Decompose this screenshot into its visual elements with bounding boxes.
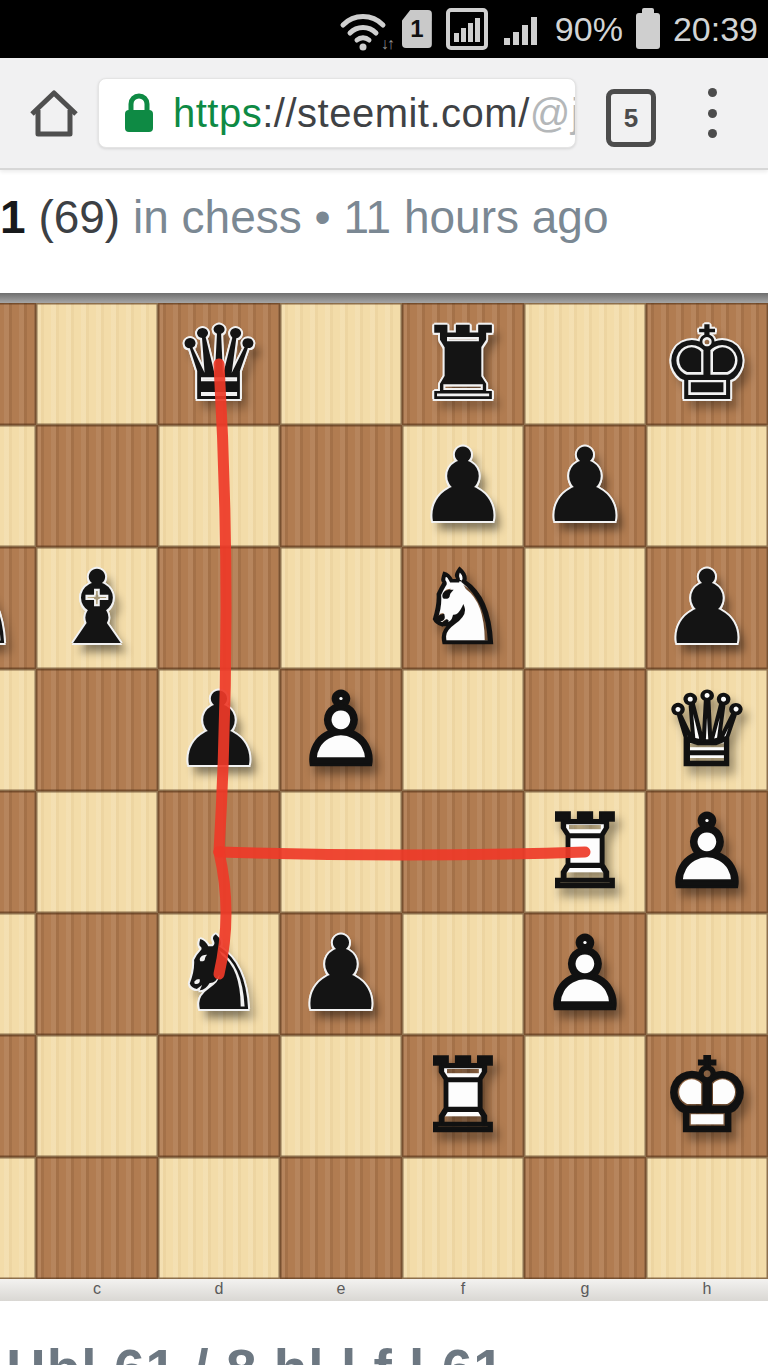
piece-black-king-h8: ♚ [646,303,768,425]
square-e7 [280,425,402,547]
square-f2: ♜♖ [402,1035,524,1157]
square-e6 [280,547,402,669]
square-e8 [280,303,402,425]
wifi-icon: ↓↑ [337,7,389,51]
data-usage-icon [445,7,489,51]
piece-white-pawn-h4: ♟♙ [646,791,768,913]
square-g8 [524,303,646,425]
square-g1 [524,1157,646,1279]
secure-lock-icon [121,90,157,136]
piece-white-pawn-e5: ♟♙ [280,669,402,791]
browser-toolbar: https://steemit.com/@ja 5 [0,58,768,170]
piece-black-knight-b6: ♞ [0,547,36,669]
square-c4 [36,791,158,913]
square-d6 [158,547,280,669]
square-d4 [158,791,280,913]
square-c6: ♝ [36,547,158,669]
piece-black-rook-f8: ♜ [402,303,524,425]
square-h6: ♟ [646,547,768,669]
square-e2 [280,1035,402,1157]
square-c5 [36,669,158,791]
battery-icon [636,13,660,49]
url-scheme: https [173,91,262,135]
square-b3 [0,913,36,1035]
square-c2 [36,1035,158,1157]
square-h1 [646,1157,768,1279]
square-f5 [402,669,524,791]
piece-black-queen-d8: ♛ [158,303,280,425]
square-e1 [280,1157,402,1279]
piece-black-pawn-f7: ♟ [402,425,524,547]
clock: 20:39 [673,0,758,58]
square-g7: ♟ [524,425,646,547]
square-d2 [158,1035,280,1157]
square-d3: ♞ [158,913,280,1035]
square-c1 [36,1157,158,1279]
square-h4: ♟♙ [646,791,768,913]
square-d5: ♟ [158,669,280,791]
square-e5: ♟♙ [280,669,402,791]
square-b5 [0,669,36,791]
piece-white-rook-g4: ♜♖ [524,791,646,913]
square-d8: ♛ [158,303,280,425]
square-g3: ♟♙ [524,913,646,1035]
square-f8: ♜ [402,303,524,425]
piece-white-pawn-g3: ♟♙ [524,913,646,1035]
square-f3 [402,913,524,1035]
post-meta: in chess • 11 hours ago [133,191,609,243]
author-reputation: (69) [38,191,120,243]
board-top-border [0,293,768,303]
piece-black-pawn-g7: ♟ [524,425,646,547]
chess-board-image[interactable]: ♛♜♚♟♟♞♝♞♘♟♟♟♙♛♕♜♖♟♙♞♟♟♙♜♖♚♔ abcdefgh [0,293,768,1301]
status-bar: ↓↑ 1 90% 20:39 [0,0,768,58]
square-d1 [158,1157,280,1279]
chess-board: ♛♜♚♟♟♞♝♞♘♟♟♟♙♛♕♜♖♟♙♞♟♟♙♜♖♚♔ [0,303,768,1279]
home-button[interactable] [24,82,84,142]
square-f6: ♞♘ [402,547,524,669]
url-path-faded: @ja [530,91,576,135]
square-g5 [524,669,646,791]
square-h2: ♚♔ [646,1035,768,1157]
piece-white-queen-h5: ♛♕ [646,669,768,791]
square-f7: ♟ [402,425,524,547]
square-g2 [524,1035,646,1157]
sim-card-icon: 1 [402,10,432,48]
file-label-e: e [337,1280,346,1298]
author-name-clipped[interactable]: 1 [0,191,26,243]
tab-switcher-button[interactable]: 5 [606,89,656,147]
square-h3 [646,913,768,1035]
piece-black-bishop-c6: ♝ [36,547,158,669]
square-e4 [280,791,402,913]
square-b8 [0,303,36,425]
file-label-d: d [215,1280,224,1298]
square-g6 [524,547,646,669]
file-coordinates-strip: abcdefgh [0,1279,768,1301]
battery-percent: 90% [555,0,623,58]
phone-screen: ↓↑ 1 90% 20:39 [0,0,768,1365]
file-label-f: f [461,1280,465,1298]
piece-white-rook-f2: ♜♖ [402,1035,524,1157]
square-b7 [0,425,36,547]
square-c8 [36,303,158,425]
file-label-c: c [93,1280,101,1298]
browser-menu-button[interactable] [708,88,718,138]
square-e3: ♟ [280,913,402,1035]
square-g4: ♜♖ [524,791,646,913]
square-b2 [0,1035,36,1157]
piece-white-king-h2: ♚♔ [646,1035,768,1157]
piece-white-knight-f6: ♞♘ [402,547,524,669]
wifi-traffic-arrows-icon: ↓↑ [381,35,393,53]
square-b4 [0,791,36,913]
post-header: 1 (69) in chess • 11 hours ago [0,188,768,246]
piece-black-pawn-h6: ♟ [646,547,768,669]
url-bar[interactable]: https://steemit.com/@ja [98,78,576,148]
url-host: ://steemit.com/ [262,91,530,135]
square-f4 [402,791,524,913]
signal-bars-icon [502,8,542,50]
piece-black-pawn-d5: ♟ [158,669,280,791]
piece-black-pawn-e3: ♟ [280,913,402,1035]
clipped-heading: Hbl 61 / 8 hl l f l 61 [6,1337,505,1365]
square-c3 [36,913,158,1035]
square-f1 [402,1157,524,1279]
file-label-g: g [581,1280,590,1298]
file-label-h: h [703,1280,712,1298]
square-c7 [36,425,158,547]
square-b1 [0,1157,36,1279]
square-d7 [158,425,280,547]
square-h7 [646,425,768,547]
square-h8: ♚ [646,303,768,425]
piece-black-knight-d3: ♞ [158,913,280,1035]
square-h5: ♛♕ [646,669,768,791]
square-b6: ♞ [0,547,36,669]
